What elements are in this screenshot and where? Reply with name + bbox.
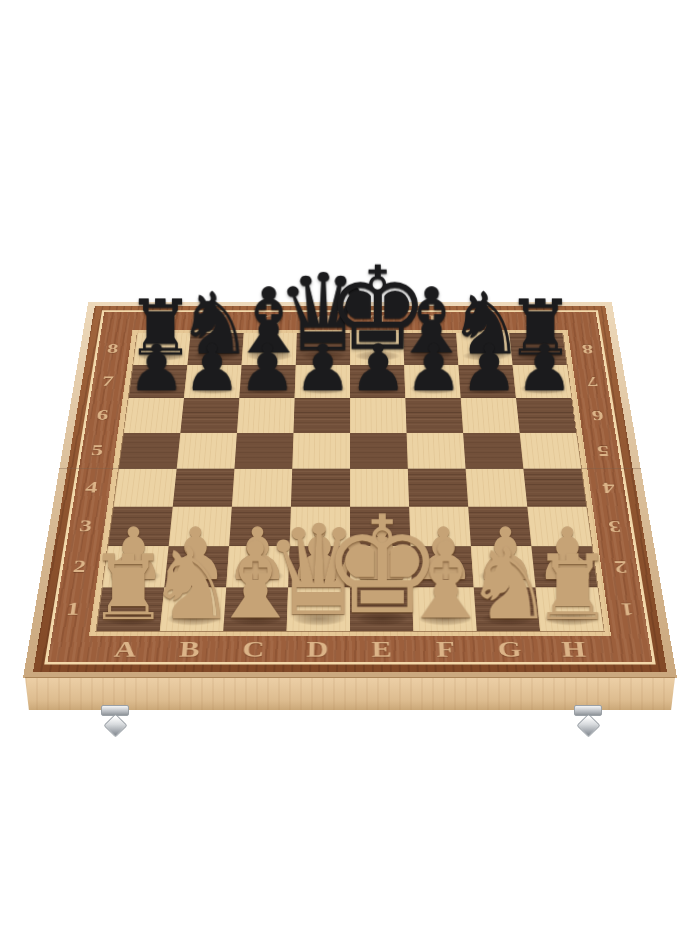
rank-label-left-1: 1 [63,588,84,631]
square-f1: ♝ [412,588,477,631]
file-label-b: B [157,637,223,662]
piece-shadow [229,612,282,625]
square-f7: ♟ [404,365,460,398]
piece-shadow [166,612,219,625]
file-label-top-e: E [350,312,403,329]
square-f8: ♝ [403,333,458,365]
white-knight-b1: ♞ [147,534,236,634]
file-label-c: C [221,637,286,662]
square-f5 [407,433,466,469]
square-a7: ♟ [129,365,188,398]
square-d6 [293,398,350,433]
square-d1: ♛ [287,588,350,631]
file-labels-top: ABCDEFGH [138,313,561,328]
square-b2: ♟ [164,546,229,587]
square-e7: ♟ [350,365,405,398]
file-label-e: E [350,637,414,662]
square-d3 [290,507,350,547]
file-label-f: F [414,637,479,662]
square-b6 [180,398,239,433]
square-e3 [350,507,410,547]
square-h2: ♟ [531,546,597,587]
square-a2: ♟ [102,546,168,587]
square-h5 [520,433,582,469]
file-label-top-g: G [455,312,509,329]
piece-shadow [108,570,161,583]
piece-shadow [232,570,284,583]
board-coordinate-band: ABCDEFGH ABCDEFGH 87654321 87654321 ♜♞♝♛… [48,312,653,663]
squares-grid: ♜♞♝♛♚♝♞♜♟♟♟♟♟♟♟♟♟♟♟♟♟♟♟♟♜♞♝♛♚♝♞♜ [96,333,603,631]
square-a5 [119,433,181,469]
board-inner-strip: ♜♞♝♛♚♝♞♜♟♟♟♟♟♟♟♟♟♟♟♟♟♟♟♟♜♞♝♛♚♝♞♜ [89,330,611,636]
square-h3 [527,507,592,547]
rank-label-left-2: 2 [70,546,90,587]
piece-shadow [355,570,406,583]
square-c2: ♟ [226,546,289,587]
piece-shadow [170,570,222,583]
square-g1: ♞ [474,588,540,631]
square-e4 [350,469,409,507]
square-g8: ♞ [456,333,512,365]
piece-shadow [246,351,291,361]
square-a3 [108,507,173,547]
piece-shadow [138,351,184,361]
chess-board: ABCDEFGH ABCDEFGH 87654321 87654321 ♜♞♝♛… [23,302,677,678]
square-g5 [463,433,523,469]
square-f3 [409,507,471,547]
file-label-top-b: B [191,312,245,329]
piece-shadow [408,351,453,361]
rank-label-left-6: 6 [94,398,112,433]
square-h8: ♜ [509,333,566,365]
piece-shadow [462,351,508,361]
piece-shadow [418,612,471,625]
square-d5 [292,433,350,469]
rank-label-left-3: 3 [76,507,95,547]
square-b8: ♞ [187,333,243,365]
board-inlay-line: ABCDEFGH ABCDEFGH 87654321 87654321 ♜♞♝♛… [44,310,656,664]
square-a1: ♜ [96,588,164,631]
piece-shadow [416,570,468,583]
piece-shadow [301,351,346,361]
square-a6 [124,398,184,433]
latch-right-icon [570,705,606,741]
piece-shadow [189,384,236,394]
piece-shadow [355,384,401,394]
square-c8: ♝ [242,333,297,365]
piece-shadow [355,612,408,625]
square-g3 [468,507,531,547]
file-label-top-h: H [507,312,562,329]
board-mahogany-frame: ABCDEFGH ABCDEFGH 87654321 87654321 ♜♞♝♛… [33,306,667,672]
square-c3 [229,507,291,547]
square-b4 [173,469,235,507]
board-outer-beech-edge: ABCDEFGH ABCDEFGH 87654321 87654321 ♜♞♝♛… [23,302,677,678]
square-a4 [114,469,177,507]
square-c4 [232,469,292,507]
rank-label-right-2: 2 [610,546,630,587]
square-b7: ♟ [184,365,242,398]
square-h4 [523,469,586,507]
square-c6 [237,398,295,433]
piece-shadow [519,384,566,394]
rank-label-left-5: 5 [88,433,106,469]
piece-shadow [103,612,157,625]
product-photo-canvas: ABCDEFGH ABCDEFGH 87654321 87654321 ♜♞♝♛… [0,0,700,933]
file-label-top-c: C [244,312,298,329]
file-label-top-d: D [297,312,350,329]
piece-shadow [543,612,597,625]
rank-label-right-3: 3 [604,507,623,547]
square-h1: ♜ [536,588,604,631]
rank-label-right-7: 7 [583,365,600,398]
piece-shadow [192,351,238,361]
rank-label-left-7: 7 [99,365,116,398]
square-e6 [350,398,407,433]
rank-label-right-8: 8 [579,333,596,365]
file-label-g: G [477,637,543,662]
square-h7: ♟ [513,365,572,398]
square-e1: ♚ [350,588,413,631]
file-label-top-a: A [138,312,193,329]
square-c7: ♟ [239,365,295,398]
piece-shadow [481,612,534,625]
piece-shadow [299,384,345,394]
square-g4 [466,469,528,507]
square-c5 [234,433,293,469]
piece-shadow [478,570,530,583]
square-d8: ♛ [296,333,350,365]
file-label-a: A [92,637,159,662]
square-e5 [350,433,408,469]
file-labels-bottom: ABCDEFGH [92,639,607,661]
rank-label-right-1: 1 [616,588,637,631]
rank-label-left-4: 4 [83,469,102,507]
file-label-h: H [541,637,608,662]
square-f2: ♟ [410,546,473,587]
white-knight-g1: ♞ [464,534,553,634]
rank-label-right-5: 5 [593,433,611,469]
file-label-d: D [286,637,350,662]
latch-pendant [576,713,600,737]
square-b3 [169,507,232,547]
square-h6 [516,398,576,433]
square-d4 [291,469,350,507]
piece-shadow [464,384,511,394]
latch-left-icon [97,705,133,741]
rank-label-right-6: 6 [588,398,606,433]
square-e2: ♟ [350,546,412,587]
square-f6 [405,398,463,433]
square-c1: ♝ [223,588,288,631]
piece-shadow [244,384,290,394]
rank-label-right-4: 4 [599,469,618,507]
latch-pendant [103,713,127,737]
square-b5 [177,433,237,469]
square-f4 [408,469,468,507]
piece-shadow [539,570,592,583]
square-a8: ♜ [133,333,190,365]
file-label-top-f: F [402,312,456,329]
square-d2: ♟ [288,546,350,587]
rank-label-left-8: 8 [105,333,122,365]
piece-shadow [355,351,400,361]
square-g7: ♟ [458,365,516,398]
square-e8: ♚ [350,333,404,365]
square-g6 [461,398,520,433]
piece-shadow [294,570,345,583]
square-b1: ♞ [160,588,226,631]
piece-shadow [292,612,345,625]
square-d7: ♟ [295,365,350,398]
square-g2: ♟ [471,546,536,587]
piece-shadow [409,384,455,394]
piece-shadow [134,384,181,394]
piece-shadow [516,351,562,361]
